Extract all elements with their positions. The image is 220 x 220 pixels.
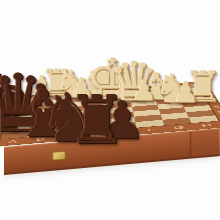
white-pawn[interactable]: ♟ <box>173 78 199 107</box>
black-rook[interactable]: ♜ <box>67 87 127 154</box>
chess-set-photo: ABCDEFGH 87654321 87654321 ♟♜♞♟♝♟♚♟♛♟♝♞♟… <box>0 0 220 220</box>
box-corner-seam <box>190 129 218 156</box>
